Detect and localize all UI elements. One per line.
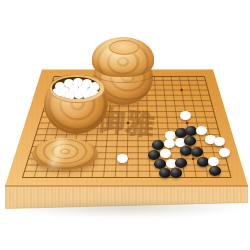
closed-bowl-lid-top: [109, 40, 139, 55]
go-stone-white: [180, 111, 191, 120]
go-stone-white: [214, 137, 225, 146]
go-stone-black: [209, 166, 221, 176]
go-stone-white: [196, 126, 207, 135]
go-stone-white: [164, 139, 175, 148]
go-stone-white: [117, 154, 128, 163]
go-stone-black: [175, 158, 187, 168]
go-set-product-photo: 御雅: [0, 0, 250, 250]
bowl-lid-on-board: [32, 138, 98, 170]
go-stone-black: [152, 140, 164, 150]
go-stone-black: [184, 136, 196, 146]
open-bowl-with-white-stones: [44, 74, 108, 134]
go-stone-black: [191, 147, 203, 157]
go-stone-black: [170, 168, 182, 178]
go-stone-white: [160, 149, 171, 158]
open-bowl-opening: [52, 77, 100, 99]
go-stone-white: [208, 157, 219, 166]
go-stone-white: [219, 148, 230, 157]
